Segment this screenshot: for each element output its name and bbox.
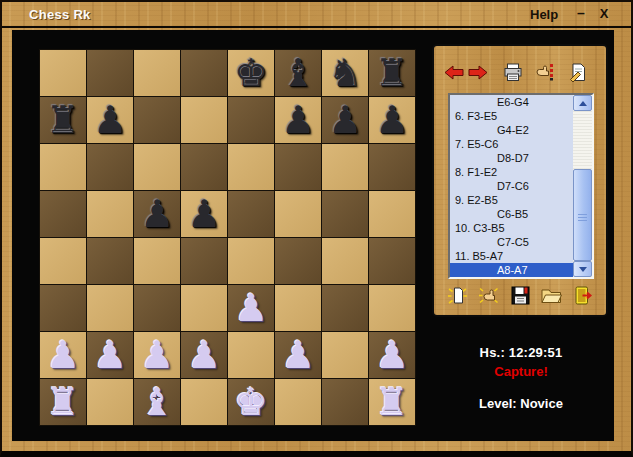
move-row[interactable]: 9. E2-B5 — [450, 193, 573, 207]
square-b5[interactable] — [87, 191, 133, 237]
square-a3[interactable] — [40, 285, 86, 331]
close-button[interactable]: X — [596, 6, 612, 21]
scrollbar-thumb[interactable] — [573, 169, 592, 261]
square-h4[interactable] — [369, 238, 415, 284]
move-row[interactable]: D7-C6 — [450, 179, 573, 193]
move-row[interactable]: 10. C3-B5 — [450, 221, 573, 235]
annotate-button[interactable] — [567, 61, 589, 83]
chess-board: ♚♝♞♜♜♟♟♟♟♟♟♟♟♟♟♟♟♟♜♝♚♜ — [39, 49, 416, 426]
square-g2[interactable] — [322, 332, 368, 378]
move-row-selected[interactable]: A8-A7 — [450, 263, 573, 277]
piece-black-pawn-c5[interactable]: ♟ — [140, 192, 174, 236]
status-area: Hs.: 12:29:51 Capture! Level: Novice — [432, 345, 610, 411]
piece-white-pawn-c2[interactable]: ♟ — [140, 333, 174, 377]
piece-black-bishop-f8[interactable]: ♝ — [281, 51, 315, 95]
square-g3[interactable] — [322, 285, 368, 331]
level-text: Level: Novice — [432, 396, 610, 411]
square-e2[interactable] — [228, 332, 274, 378]
chess-app-window: Chess Rk Help – X ♚♝♞♜♜♟♟♟♟♟♟♟♟♟♟♟♟♟♜♝♚♜… — [0, 0, 633, 457]
square-f5[interactable] — [275, 191, 321, 237]
square-g8[interactable]: ♞ — [322, 50, 368, 96]
navigation-toolbar — [434, 60, 606, 84]
move-list-scrollbar[interactable] — [573, 95, 592, 277]
square-a8[interactable] — [40, 50, 86, 96]
move-rows: E6-G46. F3-E5G4-E27. E5-C6D8-D78. F1-E2D… — [450, 95, 573, 277]
square-c5[interactable]: ♟ — [134, 191, 180, 237]
save-button[interactable] — [509, 284, 531, 306]
square-g1[interactable] — [322, 379, 368, 425]
piece-black-knight-g8[interactable]: ♞ — [328, 51, 362, 95]
select-move-button[interactable] — [534, 61, 556, 83]
piece-white-pawn-b2[interactable]: ♟ — [93, 333, 127, 377]
forward-button[interactable] — [467, 61, 489, 83]
new-game-button[interactable] — [446, 284, 468, 306]
square-a4[interactable] — [40, 238, 86, 284]
title-bar[interactable]: Chess Rk Help – X — [0, 0, 633, 28]
square-c2[interactable]: ♟ — [134, 332, 180, 378]
square-g7[interactable]: ♟ — [322, 97, 368, 143]
move-panel: E6-G46. F3-E5G4-E27. E5-C6D8-D78. F1-E2D… — [432, 44, 608, 317]
square-b8[interactable] — [87, 50, 133, 96]
move-row[interactable]: 7. E5-C6 — [450, 137, 573, 151]
scrollbar-grip — [578, 212, 587, 221]
piece-white-rook-h1[interactable]: ♜ — [375, 380, 409, 424]
piece-black-pawn-g7[interactable]: ♟ — [328, 98, 362, 142]
square-g6[interactable] — [322, 144, 368, 190]
square-f4[interactable] — [275, 238, 321, 284]
move-row[interactable]: C7-C5 — [450, 235, 573, 249]
square-d7[interactable] — [181, 97, 227, 143]
piece-white-pawn-a2[interactable]: ♟ — [46, 333, 80, 377]
square-e6[interactable] — [228, 144, 274, 190]
piece-white-rook-a1[interactable]: ♜ — [46, 380, 80, 424]
forward-icon — [468, 65, 488, 80]
square-h6[interactable] — [369, 144, 415, 190]
move-row[interactable]: D8-D7 — [450, 151, 573, 165]
square-f8[interactable]: ♝ — [275, 50, 321, 96]
move-row[interactable]: G4-E2 — [450, 123, 573, 137]
square-g5[interactable] — [322, 191, 368, 237]
square-b1[interactable] — [87, 379, 133, 425]
exit-button[interactable] — [572, 284, 594, 306]
print-button[interactable] — [502, 61, 524, 83]
square-e4[interactable] — [228, 238, 274, 284]
square-f6[interactable] — [275, 144, 321, 190]
open-button[interactable] — [541, 284, 563, 306]
move-row[interactable]: 8. F1-E2 — [450, 165, 573, 179]
move-row[interactable]: E6-G4 — [450, 95, 573, 109]
square-b7[interactable]: ♟ — [87, 97, 133, 143]
square-h1[interactable]: ♜ — [369, 379, 415, 425]
scroll-down-button[interactable] — [573, 261, 592, 277]
square-c6[interactable] — [134, 144, 180, 190]
hint-button[interactable] — [478, 284, 500, 306]
square-f2[interactable]: ♟ — [275, 332, 321, 378]
clock-text: Hs.: 12:29:51 — [432, 345, 610, 360]
square-d8[interactable] — [181, 50, 227, 96]
help-menu[interactable]: Help — [530, 7, 558, 22]
piece-black-rook-a7[interactable]: ♜ — [46, 98, 80, 142]
window-title: Chess Rk — [29, 7, 91, 22]
save-icon — [511, 286, 530, 305]
move-row[interactable]: C6-B5 — [450, 207, 573, 221]
square-f1[interactable] — [275, 379, 321, 425]
square-d4[interactable] — [181, 238, 227, 284]
square-a1[interactable]: ♜ — [40, 379, 86, 425]
print-icon — [503, 63, 523, 82]
square-e7[interactable] — [228, 97, 274, 143]
piece-black-pawn-d5[interactable]: ♟ — [187, 192, 221, 236]
square-a5[interactable] — [40, 191, 86, 237]
square-a2[interactable]: ♟ — [40, 332, 86, 378]
piece-black-rook-h8[interactable]: ♜ — [375, 51, 409, 95]
file-toolbar — [434, 283, 606, 307]
square-e8[interactable]: ♚ — [228, 50, 274, 96]
square-a7[interactable]: ♜ — [40, 97, 86, 143]
piece-white-pawn-d2[interactable]: ♟ — [187, 333, 221, 377]
square-d1[interactable] — [181, 379, 227, 425]
square-d5[interactable]: ♟ — [181, 191, 227, 237]
square-b4[interactable] — [87, 238, 133, 284]
minimize-button[interactable]: – — [573, 5, 589, 21]
open-icon — [541, 287, 562, 304]
square-g4[interactable] — [322, 238, 368, 284]
square-e3[interactable]: ♟ — [228, 285, 274, 331]
piece-white-pawn-f2[interactable]: ♟ — [281, 333, 315, 377]
square-e1[interactable]: ♚ — [228, 379, 274, 425]
piece-black-pawn-f7[interactable]: ♟ — [281, 98, 315, 142]
piece-white-bishop-c1[interactable]: ♝ — [140, 380, 174, 424]
chevron-down-icon — [579, 267, 587, 272]
square-c4[interactable] — [134, 238, 180, 284]
square-b6[interactable] — [87, 144, 133, 190]
piece-black-pawn-h7[interactable]: ♟ — [375, 98, 409, 142]
square-f3[interactable] — [275, 285, 321, 331]
chevron-up-icon — [579, 101, 587, 106]
square-a6[interactable] — [40, 144, 86, 190]
square-c1[interactable]: ♝ — [134, 379, 180, 425]
annotate-icon — [568, 63, 588, 82]
square-b2[interactable]: ♟ — [87, 332, 133, 378]
square-h7[interactable]: ♟ — [369, 97, 415, 143]
capture-alert-text: Capture! — [432, 364, 610, 379]
square-h3[interactable] — [369, 285, 415, 331]
select-icon — [535, 63, 555, 81]
exit-icon — [574, 286, 593, 305]
piece-black-king-e8[interactable]: ♚ — [234, 51, 268, 95]
square-c3[interactable] — [134, 285, 180, 331]
hint-icon — [478, 286, 499, 305]
square-c8[interactable] — [134, 50, 180, 96]
square-b3[interactable] — [87, 285, 133, 331]
piece-white-king-e1[interactable]: ♚ — [234, 380, 268, 424]
piece-black-pawn-b7[interactable]: ♟ — [93, 98, 127, 142]
square-f7[interactable]: ♟ — [275, 97, 321, 143]
square-c7[interactable] — [134, 97, 180, 143]
square-h8[interactable]: ♜ — [369, 50, 415, 96]
back-button[interactable] — [443, 61, 465, 83]
move-row[interactable]: 11. B5-A7 — [450, 249, 573, 263]
move-list: E6-G46. F3-E5G4-E27. E5-C6D8-D78. F1-E2D… — [448, 93, 594, 279]
square-h5[interactable] — [369, 191, 415, 237]
square-d2[interactable]: ♟ — [181, 332, 227, 378]
piece-white-pawn-e3[interactable]: ♟ — [234, 286, 268, 330]
square-d6[interactable] — [181, 144, 227, 190]
square-h2[interactable]: ♟ — [369, 332, 415, 378]
piece-white-pawn-h2[interactable]: ♟ — [375, 333, 409, 377]
move-row[interactable]: 6. F3-E5 — [450, 109, 573, 123]
scroll-up-button[interactable] — [573, 95, 592, 111]
square-e5[interactable] — [228, 191, 274, 237]
back-icon — [444, 65, 464, 80]
new-icon — [447, 286, 468, 305]
square-d3[interactable] — [181, 285, 227, 331]
